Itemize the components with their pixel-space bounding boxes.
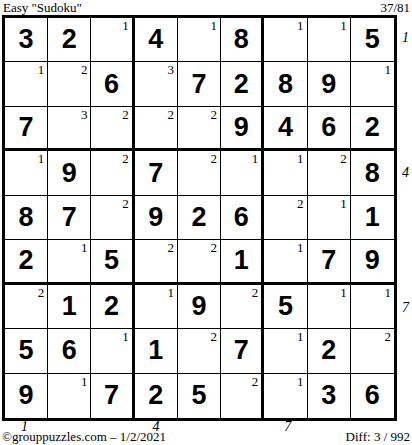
- pencil-mark: 2: [167, 241, 174, 254]
- cell-value: 8: [221, 18, 261, 61]
- cell-value: 2: [5, 240, 47, 281]
- col-label-7: 7: [284, 420, 291, 434]
- cell-value: 8: [5, 196, 47, 239]
- cell-r6c7[interactable]: 1: [264, 240, 307, 284]
- cell-r2c7[interactable]: 8: [264, 62, 307, 106]
- cell-value: 8: [264, 62, 306, 105]
- cell-value: 2: [178, 196, 220, 239]
- cell-value: 6: [48, 329, 90, 372]
- cell-value: 7: [91, 374, 131, 418]
- pencil-mark: 2: [211, 330, 218, 343]
- cell-r2c2[interactable]: 2: [48, 62, 91, 106]
- cell-value: 2: [135, 374, 177, 418]
- cell-r3c6[interactable]: 9: [221, 107, 264, 151]
- copyright-text: ©grouppuzzles.com – 1/2/2021: [2, 429, 166, 445]
- cell-value: 4: [264, 107, 306, 148]
- cell-r1c6[interactable]: 8: [221, 18, 264, 62]
- pencil-mark: 2: [122, 152, 129, 165]
- pencil-mark: 2: [252, 375, 259, 388]
- cell-value: 7: [135, 151, 177, 194]
- row-label-4: 4: [402, 166, 409, 180]
- pencil-mark: 1: [384, 63, 391, 76]
- cell-r7c1[interactable]: 2: [5, 285, 48, 329]
- cell-r9c9[interactable]: 6: [351, 374, 394, 418]
- cell-r5c9[interactable]: 1: [351, 196, 394, 240]
- cell-value: 7: [178, 62, 220, 105]
- cell-r4c5[interactable]: 2: [178, 151, 221, 195]
- cell-r8c2[interactable]: 6: [48, 329, 91, 373]
- cell-r8c6[interactable]: 7: [221, 329, 264, 373]
- pencil-mark: 1: [297, 19, 304, 32]
- pencil-mark: 2: [340, 152, 347, 165]
- cell-value: 5: [91, 240, 131, 281]
- pencil-mark: 1: [252, 152, 259, 165]
- cell-r3c3[interactable]: 2: [91, 107, 134, 151]
- cell-r7c2[interactable]: 1: [48, 285, 91, 329]
- cell-r6c2[interactable]: 1: [48, 240, 91, 284]
- cell-r1c3[interactable]: 1: [91, 18, 134, 62]
- cell-value: 3: [308, 374, 350, 418]
- cell-r1c9[interactable]: 5: [351, 18, 394, 62]
- cell-r3c1[interactable]: 7: [5, 107, 48, 151]
- pencil-mark: 1: [340, 197, 347, 210]
- pencil-mark: 2: [211, 108, 218, 121]
- cell-r8c1[interactable]: 5: [5, 329, 48, 373]
- cell-r3c9[interactable]: 2: [351, 107, 394, 151]
- row-label-7: 7: [402, 301, 409, 315]
- cell-value: 9: [48, 151, 90, 194]
- cell-r3c5[interactable]: 2: [178, 107, 221, 151]
- cell-r2c4[interactable]: 3: [135, 62, 178, 106]
- page-title: Easy "Sudoku": [3, 0, 82, 16]
- cell-value: 5: [351, 18, 394, 61]
- cell-value: 2: [308, 329, 350, 372]
- cell-r2c6[interactable]: 2: [221, 62, 264, 106]
- sudoku-board: 3214181151263728917322294621927211288729…: [2, 15, 397, 421]
- cell-r4c2[interactable]: 9: [48, 151, 91, 195]
- pencil-mark: 1: [340, 19, 347, 32]
- row-label-1: 1: [402, 31, 409, 45]
- cell-r7c7[interactable]: 5: [264, 285, 307, 329]
- pencil-mark: 1: [297, 241, 304, 254]
- cell-r6c9[interactable]: 9: [351, 240, 394, 284]
- cell-r6c1[interactable]: 2: [5, 240, 48, 284]
- cell-r9c5[interactable]: 5: [178, 374, 221, 418]
- pencil-mark: 2: [122, 197, 129, 210]
- pencil-mark: 3: [167, 63, 174, 76]
- pencil-mark: 1: [167, 286, 174, 299]
- cell-r4c1[interactable]: 1: [5, 151, 48, 195]
- cell-r4c9[interactable]: 8: [351, 151, 394, 195]
- cell-r6c6[interactable]: 1: [221, 240, 264, 284]
- pencil-mark: 1: [297, 330, 304, 343]
- cell-r1c4[interactable]: 4: [135, 18, 178, 62]
- cell-r1c7[interactable]: 1: [264, 18, 307, 62]
- cell-value: 2: [48, 18, 90, 61]
- cell-r5c7[interactable]: 2: [264, 196, 307, 240]
- cell-r8c7[interactable]: 1: [264, 329, 307, 373]
- cell-r7c8[interactable]: 1: [308, 285, 351, 329]
- cell-value: 7: [221, 329, 261, 372]
- pencil-mark: 1: [122, 19, 129, 32]
- pencil-mark: 1: [384, 286, 391, 299]
- cell-r5c8[interactable]: 1: [308, 196, 351, 240]
- pencil-mark: 1: [81, 375, 88, 388]
- cell-value: 1: [221, 240, 261, 281]
- cell-r9c4[interactable]: 2: [135, 374, 178, 418]
- cell-r8c8[interactable]: 2: [308, 329, 351, 373]
- cell-value: 5: [264, 285, 306, 328]
- cell-value: 6: [91, 62, 131, 105]
- cell-r6c5[interactable]: 2: [178, 240, 221, 284]
- cell-r9c1[interactable]: 9: [5, 374, 48, 418]
- cell-r2c3[interactable]: 6: [91, 62, 134, 106]
- cell-value: 6: [351, 374, 394, 418]
- pencil-mark: 2: [167, 108, 174, 121]
- cell-r4c8[interactable]: 2: [308, 151, 351, 195]
- cell-value: 6: [308, 107, 350, 148]
- cell-r8c5[interactable]: 2: [178, 329, 221, 373]
- difficulty-text: Diff: 3 / 992: [346, 429, 410, 445]
- cell-value: 9: [135, 196, 177, 239]
- cell-r5c1[interactable]: 8: [5, 196, 48, 240]
- cell-r3c4[interactable]: 2: [135, 107, 178, 151]
- pencil-mark: 2: [252, 286, 259, 299]
- pencil-mark: 2: [38, 286, 45, 299]
- cell-value: 2: [91, 285, 131, 328]
- cell-r3c7[interactable]: 4: [264, 107, 307, 151]
- cell-value: 9: [5, 374, 47, 418]
- pencil-mark: 1: [297, 152, 304, 165]
- pencil-mark: 1: [38, 63, 45, 76]
- cell-value: 7: [308, 240, 350, 281]
- cell-value: 6: [221, 196, 261, 239]
- pencil-mark: 3: [81, 108, 88, 121]
- cell-value: 7: [5, 107, 47, 148]
- cell-r8c3[interactable]: 1: [91, 329, 134, 373]
- cell-r6c8[interactable]: 7: [308, 240, 351, 284]
- pencil-mark: 2: [81, 63, 88, 76]
- cell-r8c9[interactable]: 2: [351, 329, 394, 373]
- cell-r6c4[interactable]: 2: [135, 240, 178, 284]
- cell-r1c5[interactable]: 1: [178, 18, 221, 62]
- cell-r4c7[interactable]: 1: [264, 151, 307, 195]
- cell-r4c6[interactable]: 1: [221, 151, 264, 195]
- pencil-mark: 2: [297, 197, 304, 210]
- cell-r3c2[interactable]: 3: [48, 107, 91, 151]
- cell-value: 1: [135, 329, 177, 372]
- cell-r7c9[interactable]: 1: [351, 285, 394, 329]
- cell-r5c5[interactable]: 2: [178, 196, 221, 240]
- cell-value: 9: [308, 62, 350, 105]
- cell-r4c4[interactable]: 7: [135, 151, 178, 195]
- cell-r5c2[interactable]: 7: [48, 196, 91, 240]
- cell-value: 4: [135, 18, 177, 61]
- pencil-mark: 1: [122, 330, 129, 343]
- cell-r8c4[interactable]: 1: [135, 329, 178, 373]
- cell-r5c6[interactable]: 6: [221, 196, 264, 240]
- cell-r1c2[interactable]: 2: [48, 18, 91, 62]
- pencil-mark: 2: [211, 241, 218, 254]
- cell-r7c6[interactable]: 2: [221, 285, 264, 329]
- cell-value: 1: [351, 196, 394, 239]
- cell-r2c8[interactable]: 9: [308, 62, 351, 106]
- cell-value: 5: [5, 329, 47, 372]
- pencil-mark: 1: [297, 375, 304, 388]
- cell-r5c4[interactable]: 9: [135, 196, 178, 240]
- cell-value: 2: [351, 107, 394, 148]
- cell-r9c3[interactable]: 7: [91, 374, 134, 418]
- cell-value: 7: [48, 196, 90, 239]
- cell-r2c5[interactable]: 7: [178, 62, 221, 106]
- cell-r9c7[interactable]: 1: [264, 374, 307, 418]
- pencil-mark: 1: [81, 241, 88, 254]
- cell-r5c3[interactable]: 2: [91, 196, 134, 240]
- cell-value: 9: [178, 285, 220, 328]
- cell-value: 2: [221, 62, 261, 105]
- cell-value: 3: [5, 18, 47, 61]
- cell-r9c2[interactable]: 1: [48, 374, 91, 418]
- cell-r1c8[interactable]: 1: [308, 18, 351, 62]
- cell-r2c9[interactable]: 1: [351, 62, 394, 106]
- cell-value: 9: [221, 107, 261, 148]
- cell-r7c5[interactable]: 9: [178, 285, 221, 329]
- cell-value: 1: [48, 285, 90, 328]
- cell-r2c1[interactable]: 1: [5, 62, 48, 106]
- cell-value: 9: [351, 240, 394, 281]
- pencil-mark: 1: [211, 19, 218, 32]
- cell-r9c8[interactable]: 3: [308, 374, 351, 418]
- cell-r9c6[interactable]: 2: [221, 374, 264, 418]
- cell-r6c3[interactable]: 5: [91, 240, 134, 284]
- cell-r7c4[interactable]: 1: [135, 285, 178, 329]
- page: Easy "Sudoku" 37/81 32141811512637289173…: [0, 0, 412, 445]
- cell-r1c1[interactable]: 3: [5, 18, 48, 62]
- cell-value: 5: [178, 374, 220, 418]
- cell-r4c3[interactable]: 2: [91, 151, 134, 195]
- cell-value: 8: [351, 151, 394, 194]
- pencil-mark: 2: [384, 330, 391, 343]
- pencil-mark: 1: [340, 286, 347, 299]
- progress-counter: 37/81: [380, 0, 410, 16]
- pencil-mark: 2: [122, 108, 129, 121]
- cell-r3c8[interactable]: 6: [308, 107, 351, 151]
- pencil-mark: 1: [38, 152, 45, 165]
- cell-r7c3[interactable]: 2: [91, 285, 134, 329]
- pencil-mark: 2: [211, 152, 218, 165]
